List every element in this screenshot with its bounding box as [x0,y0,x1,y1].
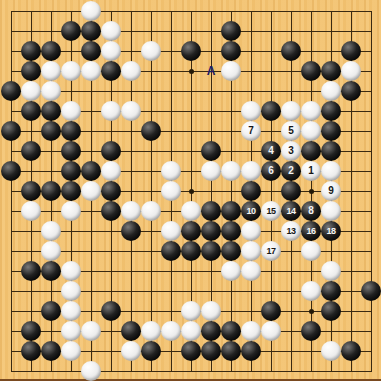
black-stone [201,201,221,221]
black-stone [41,101,61,121]
white-stone [201,301,221,321]
white-stone [21,201,41,221]
white-stone [201,161,221,181]
white-stone-move-15: 15 [261,201,281,221]
white-stone [61,301,81,321]
black-stone [61,141,81,161]
black-stone [21,181,41,201]
black-stone [361,281,381,301]
white-stone [101,161,121,181]
black-stone [341,81,361,101]
white-stone [61,321,81,341]
white-stone [301,121,321,141]
black-stone-move-16: 16 [301,221,321,241]
black-stone [21,341,41,361]
white-stone [61,201,81,221]
black-stone [281,41,301,61]
white-stone [41,61,61,81]
white-stone [81,181,101,201]
black-stone [321,101,341,121]
black-stone [21,101,41,121]
white-stone [321,261,341,281]
black-stone [221,201,241,221]
black-stone [41,301,61,321]
white-stone-move-17: 17 [261,241,281,261]
white-stone [181,301,201,321]
black-stone [321,281,341,301]
black-stone [101,301,121,321]
black-stone [41,41,61,61]
star-point [309,189,314,194]
black-stone [321,121,341,141]
black-stone [181,221,201,241]
black-stone [21,141,41,161]
black-stone [101,141,121,161]
white-stone [261,321,281,341]
black-stone-move-4: 4 [261,141,281,161]
white-stone [241,261,261,281]
black-stone-move-2: 2 [281,161,301,181]
black-stone [221,41,241,61]
star-point [189,189,194,194]
black-stone [141,121,161,141]
black-stone [221,341,241,361]
black-stone [201,321,221,341]
black-stone [121,221,141,241]
black-stone [201,221,221,241]
black-stone [101,181,121,201]
black-stone [61,21,81,41]
white-stone [61,281,81,301]
white-stone [121,101,141,121]
white-stone [21,81,41,101]
black-stone [341,341,361,361]
black-stone [81,41,101,61]
white-stone [161,321,181,341]
white-stone [241,241,261,261]
white-stone [241,221,261,241]
black-stone [181,241,201,261]
black-stone [201,241,221,261]
black-stone [1,161,21,181]
black-stone [21,41,41,61]
white-stone [121,61,141,81]
black-stone [101,61,121,81]
white-stone [61,61,81,81]
white-stone [61,341,81,361]
white-stone-move-7: 7 [241,121,261,141]
white-stone [81,61,101,81]
black-stone [241,181,261,201]
white-stone [81,321,101,341]
white-stone-move-5: 5 [281,121,301,141]
black-stone-move-10: 10 [241,201,261,221]
white-stone-move-13: 13 [281,221,301,241]
black-stone-move-6: 6 [261,161,281,181]
white-stone [341,61,361,81]
black-stone-move-18: 18 [321,221,341,241]
white-stone [241,321,261,341]
white-stone-move-9: 9 [321,181,341,201]
white-stone [281,101,301,121]
black-stone [81,161,101,181]
white-stone [101,41,121,61]
black-stone [21,321,41,341]
black-stone [1,121,21,141]
black-stone [281,181,301,201]
white-stone [321,201,341,221]
white-stone [241,101,261,121]
white-stone [221,161,241,181]
white-stone [301,241,321,261]
white-stone [81,1,101,21]
white-stone [141,321,161,341]
white-stone [161,221,181,241]
white-stone [181,321,201,341]
black-stone [41,181,61,201]
black-stone [201,341,221,361]
white-stone [101,101,121,121]
star-point [309,309,314,314]
white-stone [61,261,81,281]
black-stone [141,341,161,361]
black-stone [221,21,241,41]
black-stone [221,321,241,341]
white-stone [41,221,61,241]
white-stone [121,341,141,361]
black-stone [181,41,201,61]
white-stone [41,81,61,101]
white-stone [41,241,61,261]
black-stone [21,261,41,281]
white-stone [221,261,241,281]
go-board[interactable]: 75436219101514813161817A [0,0,381,381]
white-stone [181,201,201,221]
black-stone [61,121,81,141]
black-stone [341,41,361,61]
label-A: A [207,64,216,78]
white-stone [161,161,181,181]
white-stone [81,361,101,381]
white-stone-move-1: 1 [301,161,321,181]
black-stone-move-8: 8 [301,201,321,221]
black-stone [221,221,241,241]
white-stone [61,101,81,121]
black-stone [261,101,281,121]
white-stone [321,341,341,361]
white-stone [301,281,321,301]
white-stone [101,21,121,41]
black-stone [321,61,341,81]
black-stone [301,61,321,81]
black-stone [121,321,141,341]
black-stone [41,261,61,281]
white-stone [141,201,161,221]
white-stone [121,201,141,221]
black-stone-move-14: 14 [281,201,301,221]
white-stone [221,61,241,81]
black-stone [321,141,341,161]
black-stone [1,81,21,101]
white-stone [321,161,341,181]
white-stone [141,41,161,61]
black-stone [161,241,181,261]
white-stone [161,181,181,201]
white-stone-move-3: 3 [281,141,301,161]
black-stone [301,321,321,341]
black-stone [81,21,101,41]
black-stone [101,201,121,221]
black-stone [41,341,61,361]
black-stone [261,301,281,321]
star-point [189,69,194,74]
black-stone [221,241,241,261]
white-stone [241,161,261,181]
black-stone [21,61,41,81]
white-stone [301,101,321,121]
black-stone [301,141,321,161]
black-stone [61,161,81,181]
black-stone [201,141,221,161]
black-stone [241,341,261,361]
black-stone [321,301,341,321]
black-stone [61,181,81,201]
black-stone [41,121,61,141]
white-stone [321,81,341,101]
black-stone [181,341,201,361]
